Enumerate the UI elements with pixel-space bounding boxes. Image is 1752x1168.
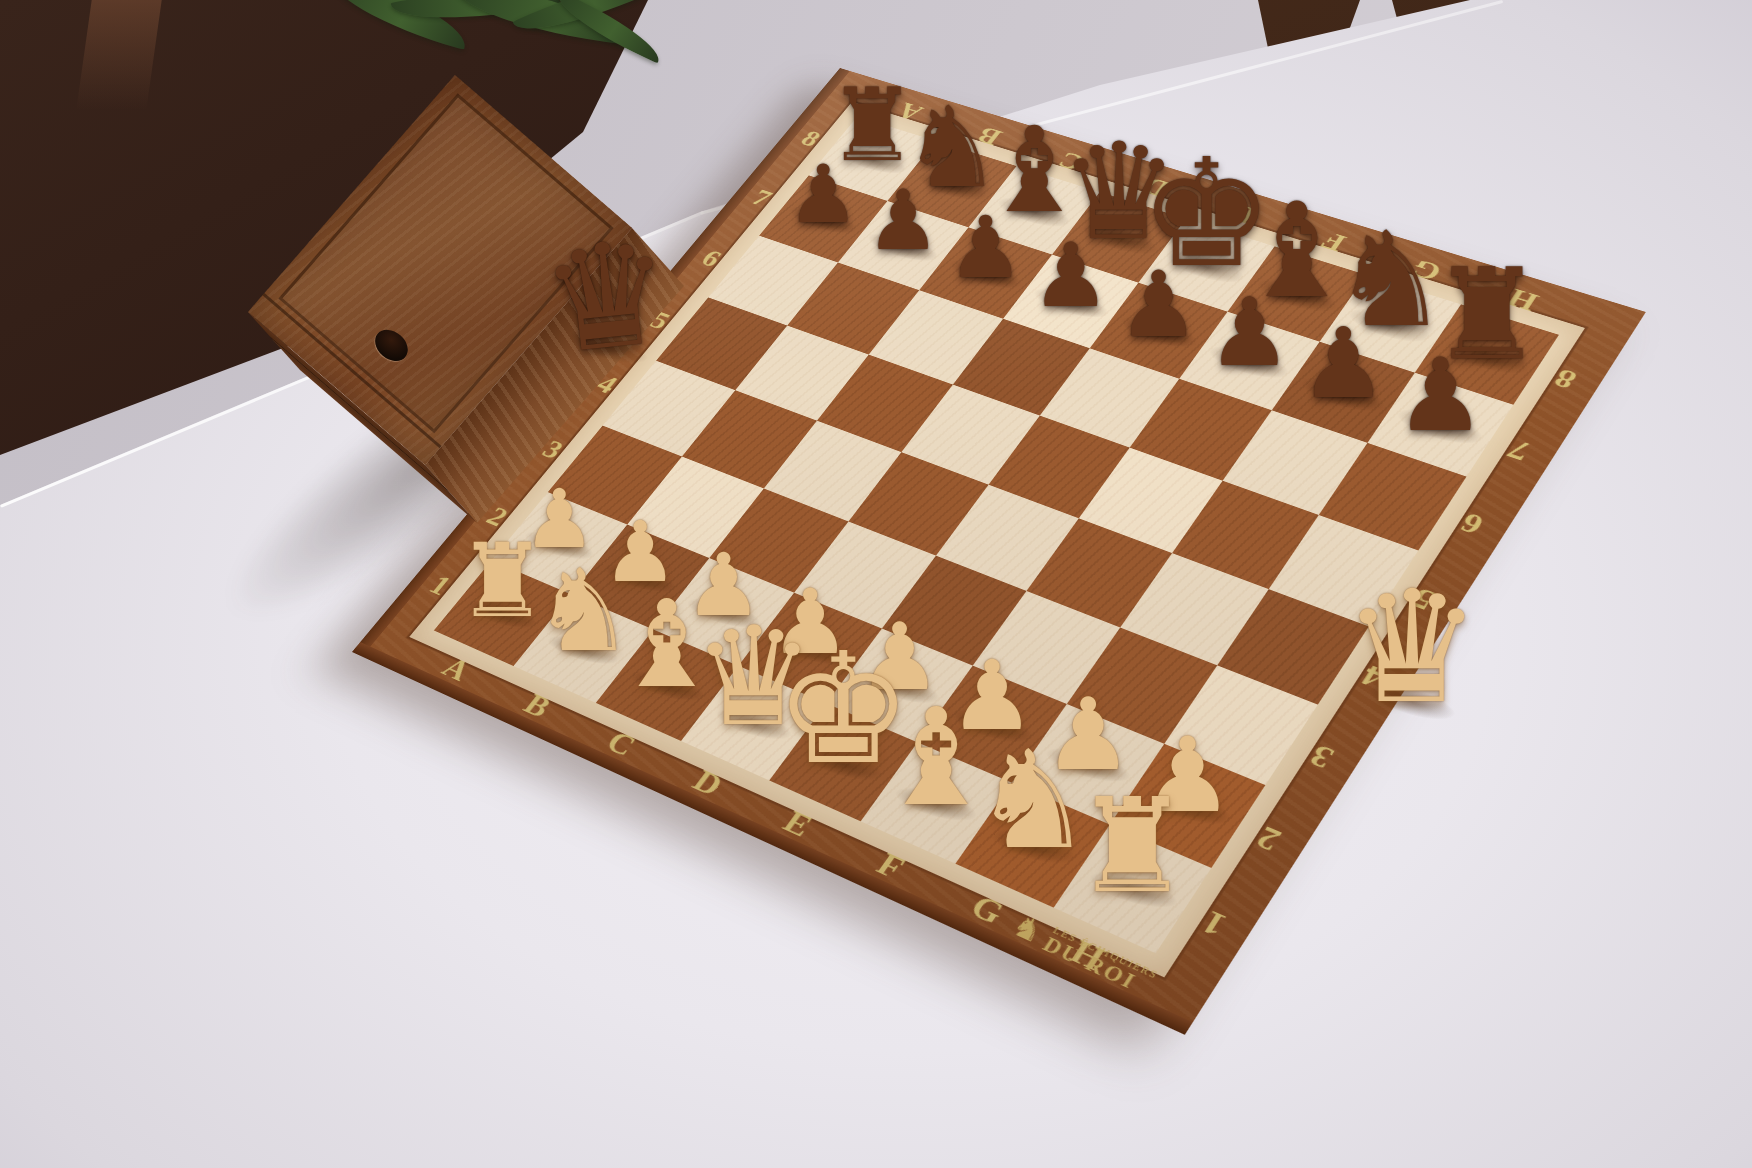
- file-label-bottom-b: B: [517, 687, 558, 724]
- file-label-bottom-f: F: [870, 846, 912, 886]
- piece-dark-pawn-f7[interactable]: ♟: [1207, 290, 1291, 377]
- piece-dark-pawn-a7[interactable]: ♟: [787, 158, 859, 232]
- piece-dark-pawn-h7[interactable]: ♟: [1395, 349, 1485, 442]
- knight-on-horseback-icon: ♞: [1006, 910, 1050, 948]
- piece-dark-pawn-b7[interactable]: ♟: [866, 183, 940, 259]
- piece-dark-pawn-e7[interactable]: ♟: [1118, 262, 1200, 346]
- spare-dark-queen[interactable]: ♛: [536, 224, 678, 369]
- piece-dark-pawn-c7[interactable]: ♟: [947, 209, 1024, 288]
- spare-light-queen[interactable]: ♛: [1343, 577, 1482, 720]
- piece-light-rook-h1[interactable]: ♜: [1074, 787, 1191, 907]
- scene: AABBCCDDEEFFGGHH8877665544332211 ♞ LES É…: [0, 0, 1752, 1168]
- piece-dark-pawn-d7[interactable]: ♟: [1031, 235, 1110, 316]
- piece-dark-pawn-g7[interactable]: ♟: [1300, 319, 1387, 409]
